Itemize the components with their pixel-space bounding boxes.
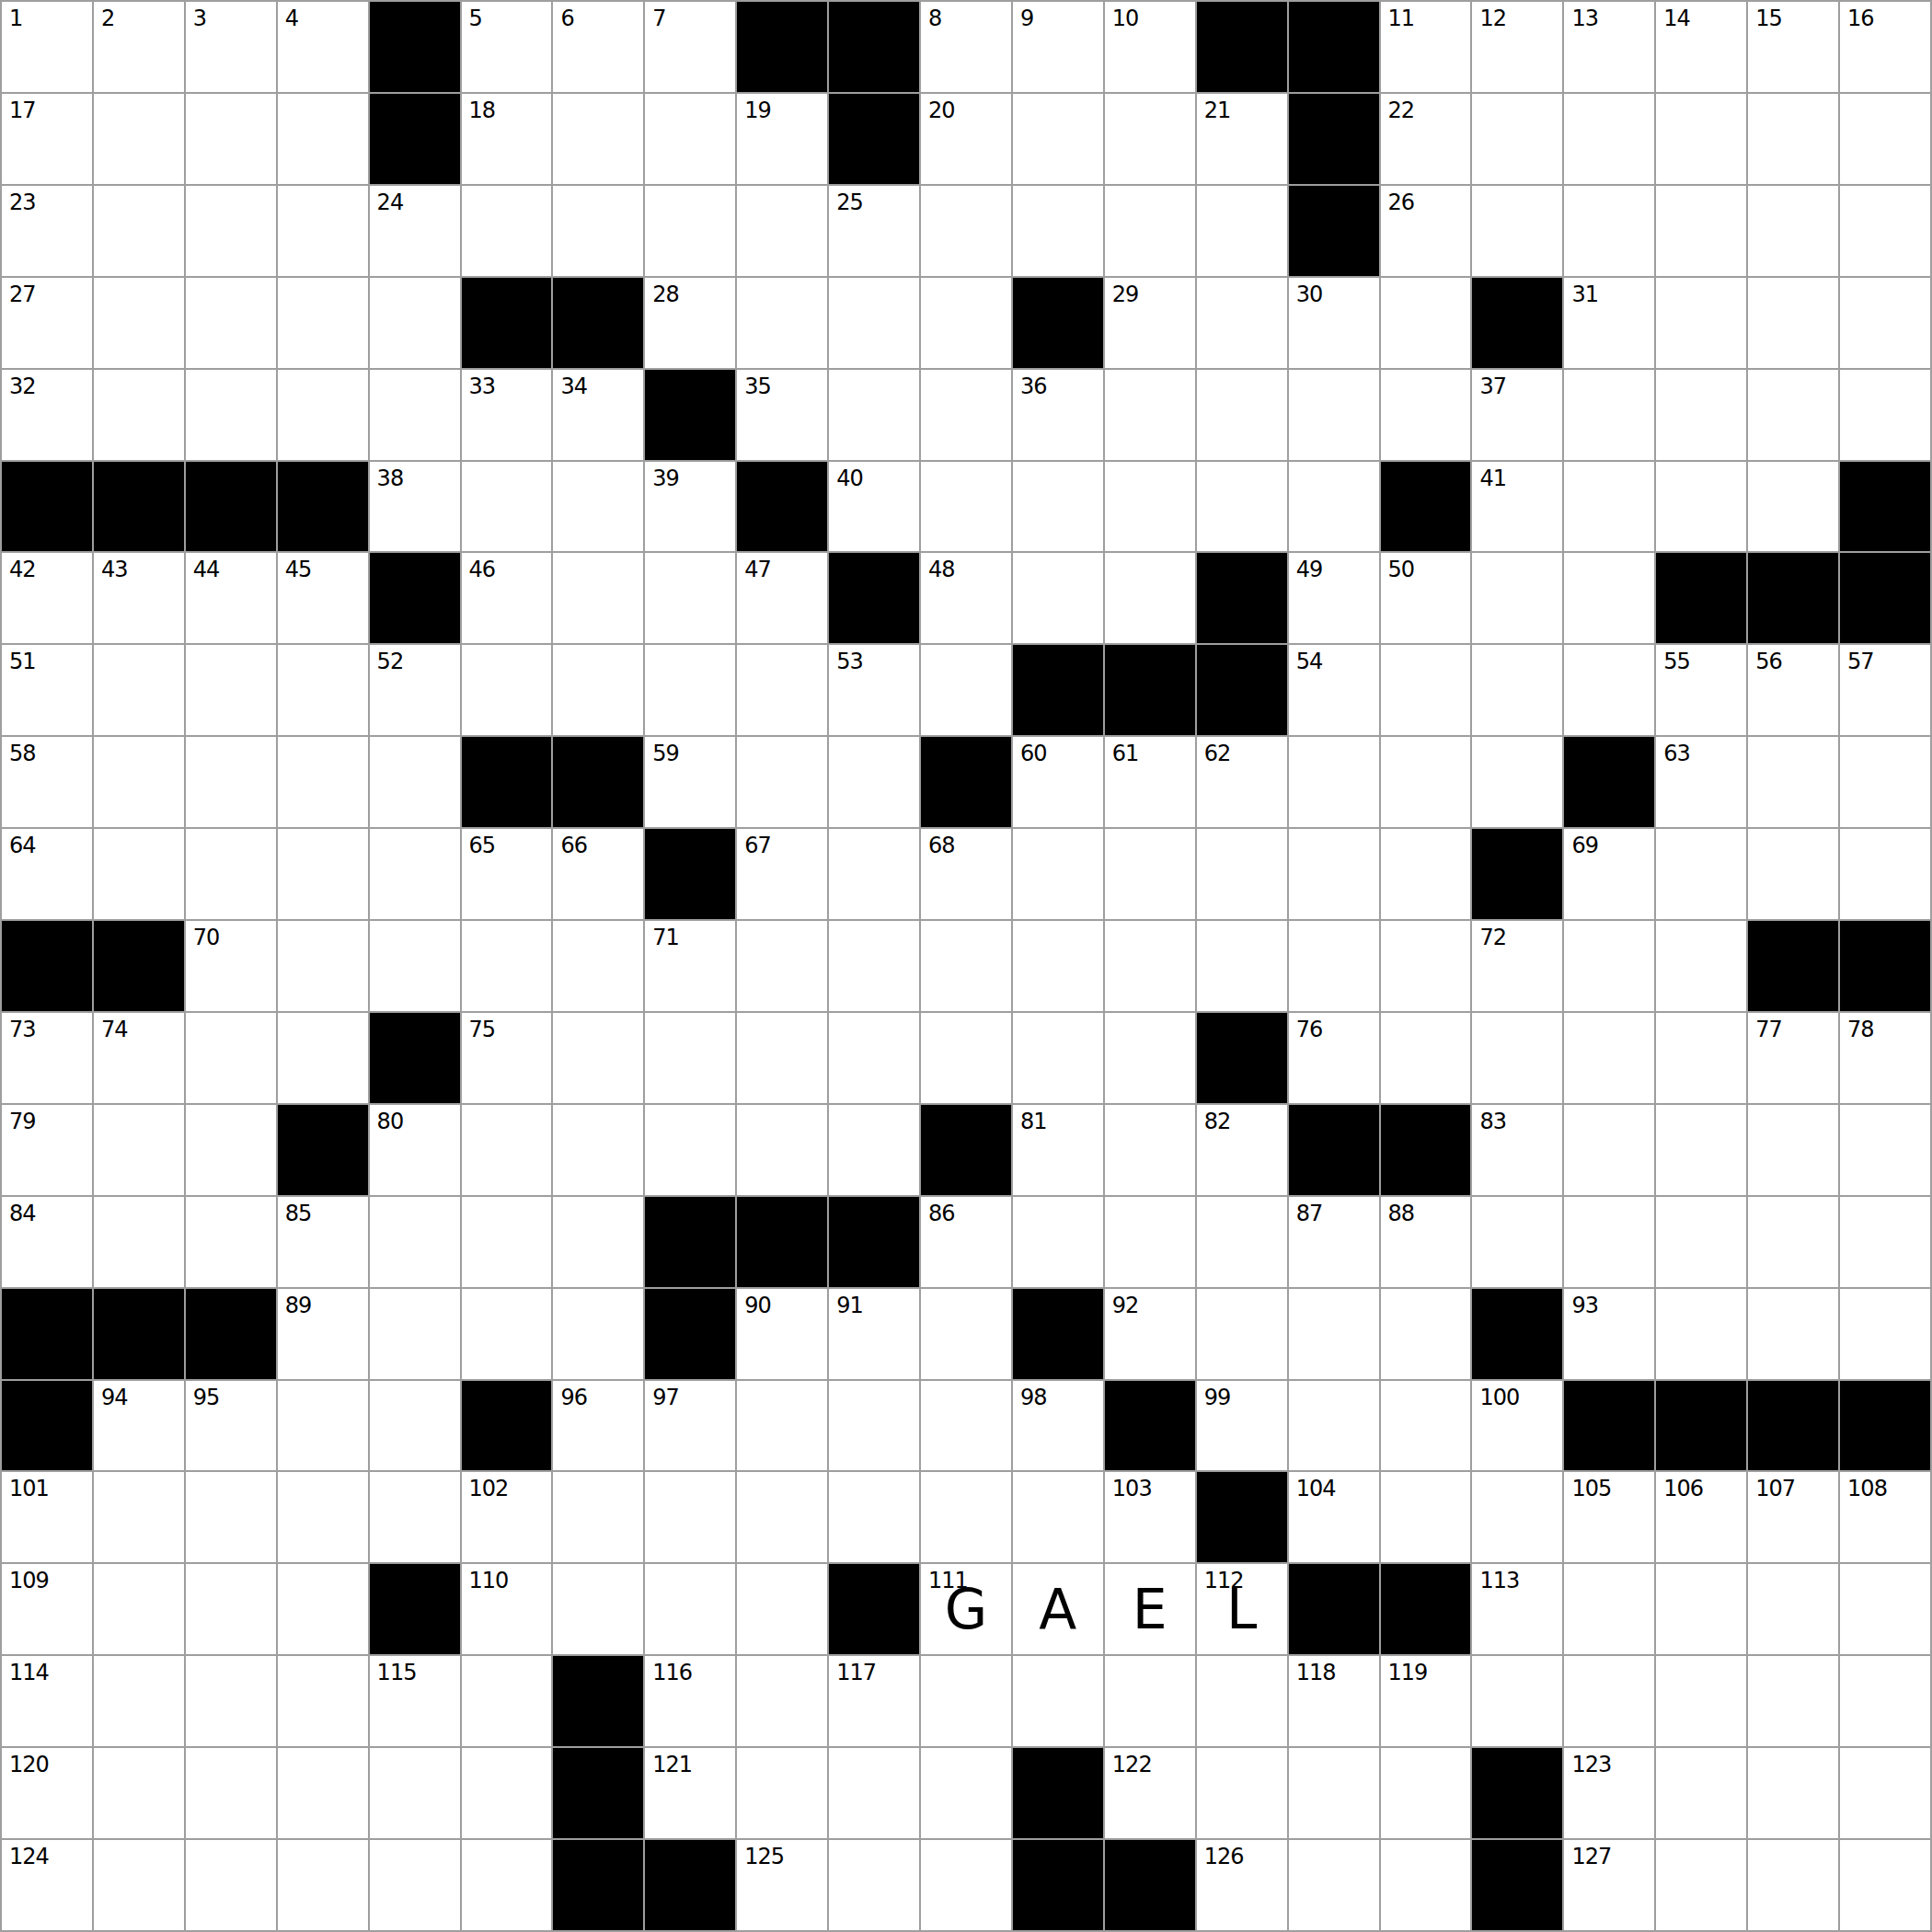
grid-cell[interactable]: 37 — [1472, 370, 1562, 460]
grid-cell[interactable]: 2 — [94, 2, 184, 92]
grid-cell[interactable]: 96 — [553, 1381, 643, 1471]
grid-cell[interactable] — [1656, 370, 1746, 460]
grid-cell[interactable] — [1105, 370, 1195, 460]
grid-cell[interactable]: 21 — [1197, 94, 1287, 184]
grid-cell[interactable]: 119 — [1381, 1656, 1471, 1746]
grid-cell[interactable] — [1656, 1105, 1746, 1195]
grid-cell[interactable]: 115 — [370, 1656, 460, 1746]
grid-cell[interactable] — [1013, 1197, 1103, 1287]
grid-cell[interactable]: 117 — [829, 1656, 919, 1746]
grid-cell[interactable] — [186, 1472, 276, 1562]
grid-cell[interactable]: 74 — [94, 1013, 184, 1103]
grid-cell[interactable] — [186, 1564, 276, 1654]
grid-cell[interactable] — [1381, 1013, 1471, 1103]
grid-cell[interactable]: 5 — [462, 2, 552, 92]
grid-cell[interactable] — [553, 553, 643, 643]
grid-cell[interactable] — [1197, 1289, 1287, 1379]
grid-cell[interactable] — [1197, 1197, 1287, 1287]
grid-cell[interactable] — [1564, 1105, 1654, 1195]
grid-cell[interactable] — [1840, 278, 1930, 368]
grid-cell[interactable]: 13 — [1564, 2, 1654, 92]
grid-cell[interactable]: 70 — [186, 921, 276, 1011]
grid-cell[interactable] — [1105, 921, 1195, 1011]
grid-cell[interactable] — [1197, 370, 1287, 460]
grid-cell[interactable]: 63 — [1656, 737, 1746, 827]
grid-cell[interactable] — [829, 1013, 919, 1103]
grid-cell[interactable]: 108 — [1840, 1472, 1930, 1562]
grid-cell[interactable]: 59 — [645, 737, 735, 827]
grid-cell[interactable] — [1564, 645, 1654, 735]
grid-cell[interactable] — [94, 1656, 184, 1746]
grid-cell[interactable] — [462, 1289, 552, 1379]
grid-cell[interactable] — [921, 186, 1011, 276]
grid-cell[interactable]: 56 — [1748, 645, 1838, 735]
grid-cell[interactable]: 90 — [737, 1289, 827, 1379]
grid-cell[interactable] — [1748, 1197, 1838, 1287]
grid-cell[interactable]: 14 — [1656, 2, 1746, 92]
grid-cell[interactable]: 98 — [1013, 1381, 1103, 1471]
grid-cell[interactable]: 66 — [553, 829, 643, 919]
grid-cell[interactable] — [1748, 278, 1838, 368]
grid-cell[interactable] — [186, 645, 276, 735]
grid-cell[interactable] — [1197, 278, 1287, 368]
grid-cell[interactable] — [553, 1013, 643, 1103]
grid-cell[interactable] — [1656, 1656, 1746, 1746]
grid-cell[interactable] — [1840, 1289, 1930, 1379]
grid-cell[interactable]: 3 — [186, 2, 276, 92]
grid-cell[interactable] — [1656, 186, 1746, 276]
grid-cell[interactable]: 75 — [462, 1013, 552, 1103]
grid-cell[interactable] — [1472, 645, 1562, 735]
grid-cell[interactable] — [1289, 462, 1379, 552]
grid-cell[interactable] — [1013, 553, 1103, 643]
grid-cell[interactable] — [370, 1197, 460, 1287]
grid-cell[interactable]: 44 — [186, 553, 276, 643]
grid-cell[interactable]: 91 — [829, 1289, 919, 1379]
grid-cell[interactable]: 94 — [94, 1381, 184, 1471]
grid-cell[interactable]: 7 — [645, 2, 735, 92]
grid-cell[interactable] — [737, 1748, 827, 1838]
grid-cell[interactable] — [1840, 1105, 1930, 1195]
grid-cell[interactable] — [1656, 462, 1746, 552]
grid-cell[interactable] — [921, 1289, 1011, 1379]
grid-cell[interactable]: 85 — [278, 1197, 368, 1287]
grid-cell[interactable] — [1197, 462, 1287, 552]
grid-cell[interactable]: 51 — [2, 645, 92, 735]
grid-cell[interactable] — [553, 1472, 643, 1562]
grid-cell[interactable]: 16 — [1840, 2, 1930, 92]
grid-cell[interactable] — [829, 1748, 919, 1838]
grid-cell[interactable] — [94, 1748, 184, 1838]
grid-cell[interactable]: 35 — [737, 370, 827, 460]
grid-cell[interactable] — [278, 1381, 368, 1471]
grid-cell[interactable] — [1289, 829, 1379, 919]
grid-cell[interactable] — [462, 1105, 552, 1195]
grid-cell[interactable] — [921, 645, 1011, 735]
grid-cell[interactable] — [1013, 1472, 1103, 1562]
grid-cell[interactable]: 28 — [645, 278, 735, 368]
grid-cell[interactable] — [186, 1840, 276, 1930]
grid-cell[interactable] — [370, 1289, 460, 1379]
grid-cell[interactable]: 101 — [2, 1472, 92, 1562]
grid-cell[interactable] — [1840, 186, 1930, 276]
grid-cell[interactable] — [1748, 737, 1838, 827]
grid-cell[interactable] — [1748, 186, 1838, 276]
grid-cell[interactable]: 78 — [1840, 1013, 1930, 1103]
grid-cell[interactable] — [1013, 94, 1103, 184]
grid-cell[interactable] — [94, 829, 184, 919]
grid-cell[interactable] — [278, 278, 368, 368]
grid-cell[interactable] — [1197, 1748, 1287, 1838]
grid-cell[interactable] — [278, 1472, 368, 1562]
grid-cell[interactable]: 104 — [1289, 1472, 1379, 1562]
grid-cell[interactable] — [1840, 370, 1930, 460]
grid-cell[interactable] — [1105, 1656, 1195, 1746]
grid-cell[interactable] — [94, 370, 184, 460]
grid-cell[interactable]: 40 — [829, 462, 919, 552]
grid-cell[interactable] — [645, 553, 735, 643]
grid-cell[interactable] — [1564, 1656, 1654, 1746]
grid-cell[interactable]: 41 — [1472, 462, 1562, 552]
grid-cell[interactable] — [1656, 1013, 1746, 1103]
grid-cell[interactable] — [462, 1197, 552, 1287]
grid-cell[interactable] — [1472, 186, 1562, 276]
grid-cell[interactable] — [1656, 1289, 1746, 1379]
grid-cell[interactable] — [553, 186, 643, 276]
grid-cell[interactable]: 111G — [921, 1564, 1011, 1654]
grid-cell[interactable] — [1105, 1105, 1195, 1195]
grid-cell[interactable] — [186, 94, 276, 184]
grid-cell[interactable] — [1289, 1289, 1379, 1379]
grid-cell[interactable]: 30 — [1289, 278, 1379, 368]
grid-cell[interactable] — [278, 1840, 368, 1930]
grid-cell[interactable] — [1748, 1289, 1838, 1379]
grid-cell[interactable] — [1564, 1197, 1654, 1287]
grid-cell[interactable] — [1656, 1197, 1746, 1287]
grid-cell[interactable] — [278, 370, 368, 460]
grid-cell[interactable]: 103 — [1105, 1472, 1195, 1562]
grid-cell[interactable] — [94, 186, 184, 276]
grid-cell[interactable] — [737, 1013, 827, 1103]
grid-cell[interactable]: 53 — [829, 645, 919, 735]
grid-cell[interactable] — [1013, 462, 1103, 552]
grid-cell[interactable] — [186, 1748, 276, 1838]
grid-cell[interactable]: 47 — [737, 553, 827, 643]
grid-cell[interactable] — [1013, 921, 1103, 1011]
grid-cell[interactable]: 127 — [1564, 1840, 1654, 1930]
grid-cell[interactable]: 34 — [553, 370, 643, 460]
grid-cell[interactable] — [829, 737, 919, 827]
grid-cell[interactable]: 69 — [1564, 829, 1654, 919]
grid-cell[interactable] — [1289, 1748, 1379, 1838]
grid-cell[interactable] — [553, 921, 643, 1011]
grid-cell[interactable] — [1748, 1656, 1838, 1746]
grid-cell[interactable] — [186, 1197, 276, 1287]
grid-cell[interactable]: 112L — [1197, 1564, 1287, 1654]
grid-cell[interactable]: 52 — [370, 645, 460, 735]
grid-cell[interactable] — [1105, 94, 1195, 184]
grid-cell[interactable] — [1840, 94, 1930, 184]
grid-cell[interactable] — [1381, 737, 1471, 827]
grid-cell[interactable]: 93 — [1564, 1289, 1654, 1379]
grid-cell[interactable]: 23 — [2, 186, 92, 276]
grid-cell[interactable]: 20 — [921, 94, 1011, 184]
grid-cell[interactable]: 88 — [1381, 1197, 1471, 1287]
grid-cell[interactable] — [921, 1381, 1011, 1471]
grid-cell[interactable] — [921, 1656, 1011, 1746]
grid-cell[interactable] — [737, 921, 827, 1011]
grid-cell[interactable] — [278, 737, 368, 827]
grid-cell[interactable] — [1748, 1840, 1838, 1930]
grid-cell[interactable] — [186, 829, 276, 919]
grid-cell[interactable] — [370, 1381, 460, 1471]
grid-cell[interactable]: 27 — [2, 278, 92, 368]
grid-cell[interactable] — [921, 921, 1011, 1011]
grid-cell[interactable] — [278, 1748, 368, 1838]
grid-cell[interactable] — [186, 737, 276, 827]
grid-cell[interactable] — [1013, 1656, 1103, 1746]
grid-cell[interactable] — [737, 1564, 827, 1654]
grid-cell[interactable]: 79 — [2, 1105, 92, 1195]
grid-cell[interactable] — [1656, 1748, 1746, 1838]
grid-cell[interactable] — [645, 645, 735, 735]
grid-cell[interactable] — [1748, 462, 1838, 552]
grid-cell[interactable] — [186, 1656, 276, 1746]
grid-cell[interactable] — [1105, 1013, 1195, 1103]
grid-cell[interactable]: 26 — [1381, 186, 1471, 276]
grid-cell[interactable] — [462, 645, 552, 735]
grid-cell[interactable]: 48 — [921, 553, 1011, 643]
grid-cell[interactable]: 42 — [2, 553, 92, 643]
grid-cell[interactable] — [1656, 94, 1746, 184]
grid-cell[interactable] — [921, 1748, 1011, 1838]
grid-cell[interactable] — [1381, 645, 1471, 735]
grid-cell[interactable] — [278, 94, 368, 184]
grid-cell[interactable]: 25 — [829, 186, 919, 276]
grid-cell[interactable] — [462, 1840, 552, 1930]
grid-cell[interactable] — [462, 186, 552, 276]
grid-cell[interactable] — [278, 645, 368, 735]
grid-cell[interactable]: 83 — [1472, 1105, 1562, 1195]
grid-cell[interactable] — [370, 829, 460, 919]
grid-cell[interactable] — [921, 370, 1011, 460]
grid-cell[interactable] — [737, 1656, 827, 1746]
grid-cell[interactable]: 125 — [737, 1840, 827, 1930]
grid-cell[interactable]: 33 — [462, 370, 552, 460]
grid-cell[interactable] — [1840, 829, 1930, 919]
grid-cell[interactable] — [829, 1840, 919, 1930]
grid-cell[interactable] — [737, 645, 827, 735]
grid-cell[interactable] — [921, 462, 1011, 552]
grid-cell[interactable] — [462, 1748, 552, 1838]
grid-cell[interactable] — [553, 1289, 643, 1379]
grid-cell[interactable] — [1289, 370, 1379, 460]
grid-cell[interactable] — [645, 1105, 735, 1195]
grid-cell[interactable] — [829, 1472, 919, 1562]
grid-cell[interactable]: 114 — [2, 1656, 92, 1746]
grid-cell[interactable] — [1381, 1840, 1471, 1930]
grid-cell[interactable]: 99 — [1197, 1381, 1287, 1471]
grid-cell[interactable] — [1381, 370, 1471, 460]
grid-cell[interactable]: 29 — [1105, 278, 1195, 368]
grid-cell[interactable] — [370, 737, 460, 827]
grid-cell[interactable]: 11 — [1381, 2, 1471, 92]
grid-cell[interactable] — [94, 1105, 184, 1195]
grid-cell[interactable]: 24 — [370, 186, 460, 276]
grid-cell[interactable]: 73 — [2, 1013, 92, 1103]
grid-cell[interactable] — [278, 921, 368, 1011]
grid-cell[interactable] — [921, 1840, 1011, 1930]
grid-cell[interactable] — [186, 1105, 276, 1195]
grid-cell[interactable] — [1472, 553, 1562, 643]
grid-cell[interactable] — [1289, 921, 1379, 1011]
grid-cell[interactable] — [645, 186, 735, 276]
grid-cell[interactable]: 38 — [370, 462, 460, 552]
grid-cell[interactable]: 12 — [1472, 2, 1562, 92]
grid-cell[interactable] — [1381, 829, 1471, 919]
grid-cell[interactable]: 65 — [462, 829, 552, 919]
grid-cell[interactable]: 50 — [1381, 553, 1471, 643]
grid-cell[interactable]: A — [1013, 1564, 1103, 1654]
grid-cell[interactable] — [1564, 553, 1654, 643]
grid-cell[interactable] — [1840, 1840, 1930, 1930]
grid-cell[interactable] — [278, 1013, 368, 1103]
grid-cell[interactable] — [737, 737, 827, 827]
grid-cell[interactable] — [553, 1105, 643, 1195]
grid-cell[interactable] — [737, 1381, 827, 1471]
grid-cell[interactable]: 15 — [1748, 2, 1838, 92]
grid-cell[interactable] — [186, 370, 276, 460]
grid-cell[interactable] — [553, 645, 643, 735]
grid-cell[interactable]: 62 — [1197, 737, 1287, 827]
grid-cell[interactable] — [370, 921, 460, 1011]
grid-cell[interactable] — [1013, 829, 1103, 919]
grid-cell[interactable]: 9 — [1013, 2, 1103, 92]
grid-cell[interactable] — [1656, 829, 1746, 919]
grid-cell[interactable] — [1013, 1013, 1103, 1103]
grid-cell[interactable]: 81 — [1013, 1105, 1103, 1195]
grid-cell[interactable]: 6 — [553, 2, 643, 92]
grid-cell[interactable]: 84 — [2, 1197, 92, 1287]
grid-cell[interactable]: 61 — [1105, 737, 1195, 827]
grid-cell[interactable] — [1564, 370, 1654, 460]
grid-cell[interactable] — [370, 1748, 460, 1838]
grid-cell[interactable]: 87 — [1289, 1197, 1379, 1287]
grid-cell[interactable]: 17 — [2, 94, 92, 184]
grid-cell[interactable] — [1105, 1197, 1195, 1287]
grid-cell[interactable]: 76 — [1289, 1013, 1379, 1103]
grid-cell[interactable] — [278, 186, 368, 276]
grid-cell[interactable]: 10 — [1105, 2, 1195, 92]
grid-cell[interactable] — [921, 1472, 1011, 1562]
grid-cell[interactable]: 120 — [2, 1748, 92, 1838]
grid-cell[interactable]: 122 — [1105, 1748, 1195, 1838]
grid-cell[interactable]: 124 — [2, 1840, 92, 1930]
grid-cell[interactable] — [1840, 1564, 1930, 1654]
grid-cell[interactable] — [278, 1564, 368, 1654]
grid-cell[interactable] — [737, 278, 827, 368]
grid-cell[interactable]: 110 — [462, 1564, 552, 1654]
grid-cell[interactable] — [1381, 1748, 1471, 1838]
grid-cell[interactable] — [186, 186, 276, 276]
grid-cell[interactable] — [1197, 829, 1287, 919]
grid-cell[interactable] — [1840, 1656, 1930, 1746]
grid-cell[interactable] — [462, 1656, 552, 1746]
grid-cell[interactable] — [1381, 921, 1471, 1011]
grid-cell[interactable]: 67 — [737, 829, 827, 919]
grid-cell[interactable] — [1748, 1105, 1838, 1195]
grid-cell[interactable] — [370, 1472, 460, 1562]
grid-cell[interactable] — [553, 462, 643, 552]
grid-cell[interactable] — [737, 186, 827, 276]
grid-cell[interactable]: 31 — [1564, 278, 1654, 368]
grid-cell[interactable]: 54 — [1289, 645, 1379, 735]
grid-cell[interactable] — [1197, 921, 1287, 1011]
grid-cell[interactable] — [1564, 921, 1654, 1011]
grid-cell[interactable]: 8 — [921, 2, 1011, 92]
grid-cell[interactable]: 45 — [278, 553, 368, 643]
grid-cell[interactable] — [1105, 829, 1195, 919]
grid-cell[interactable] — [186, 278, 276, 368]
grid-cell[interactable] — [553, 94, 643, 184]
grid-cell[interactable] — [737, 1472, 827, 1562]
grid-cell[interactable]: 89 — [278, 1289, 368, 1379]
grid-cell[interactable] — [94, 1197, 184, 1287]
grid-cell[interactable]: 116 — [645, 1656, 735, 1746]
grid-cell[interactable] — [553, 1197, 643, 1287]
grid-cell[interactable]: 109 — [2, 1564, 92, 1654]
grid-cell[interactable] — [278, 829, 368, 919]
grid-cell[interactable] — [1748, 370, 1838, 460]
grid-cell[interactable]: 123 — [1564, 1748, 1654, 1838]
grid-cell[interactable]: 4 — [278, 2, 368, 92]
grid-cell[interactable]: 39 — [645, 462, 735, 552]
grid-cell[interactable] — [278, 1656, 368, 1746]
grid-cell[interactable]: 49 — [1289, 553, 1379, 643]
grid-cell[interactable]: E — [1105, 1564, 1195, 1654]
grid-cell[interactable] — [1564, 1013, 1654, 1103]
grid-cell[interactable] — [1656, 278, 1746, 368]
grid-cell[interactable]: 43 — [94, 553, 184, 643]
grid-cell[interactable]: 18 — [462, 94, 552, 184]
grid-cell[interactable] — [829, 829, 919, 919]
grid-cell[interactable] — [1381, 1381, 1471, 1471]
grid-cell[interactable]: 58 — [2, 737, 92, 827]
grid-cell[interactable] — [94, 737, 184, 827]
grid-cell[interactable]: 71 — [645, 921, 735, 1011]
grid-cell[interactable] — [645, 1472, 735, 1562]
grid-cell[interactable] — [1381, 1289, 1471, 1379]
grid-cell[interactable]: 113 — [1472, 1564, 1562, 1654]
grid-cell[interactable] — [1564, 462, 1654, 552]
grid-cell[interactable] — [94, 1564, 184, 1654]
grid-cell[interactable]: 57 — [1840, 645, 1930, 735]
grid-cell[interactable] — [1748, 1564, 1838, 1654]
grid-cell[interactable] — [1105, 186, 1195, 276]
grid-cell[interactable] — [94, 278, 184, 368]
grid-cell[interactable] — [1840, 737, 1930, 827]
grid-cell[interactable] — [94, 1472, 184, 1562]
grid-cell[interactable]: 107 — [1748, 1472, 1838, 1562]
grid-cell[interactable] — [1381, 278, 1471, 368]
grid-cell[interactable]: 77 — [1748, 1013, 1838, 1103]
grid-cell[interactable]: 118 — [1289, 1656, 1379, 1746]
grid-cell[interactable] — [921, 1013, 1011, 1103]
grid-cell[interactable] — [370, 278, 460, 368]
grid-cell[interactable] — [186, 1013, 276, 1103]
grid-cell[interactable] — [1105, 462, 1195, 552]
grid-cell[interactable] — [1197, 1656, 1287, 1746]
